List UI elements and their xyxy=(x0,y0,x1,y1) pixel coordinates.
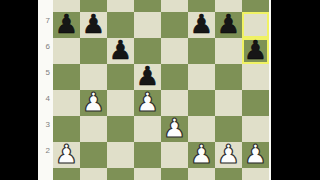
square-e6[interactable] xyxy=(161,38,188,64)
square-g4[interactable] xyxy=(215,90,242,116)
square-c6[interactable]: ♟ xyxy=(107,38,134,64)
square-g6[interactable] xyxy=(215,38,242,64)
square-f7[interactable]: ♟ xyxy=(188,12,215,38)
black-pawn: ♟ xyxy=(82,11,105,37)
rank-label-2: 2 xyxy=(38,146,50,155)
square-e8[interactable] xyxy=(161,0,188,12)
square-b3[interactable] xyxy=(80,116,107,142)
square-d3[interactable] xyxy=(134,116,161,142)
square-c2[interactable] xyxy=(107,142,134,168)
rank-label-5: 5 xyxy=(38,68,50,77)
white-pawn: ♟ xyxy=(136,89,159,115)
square-b6[interactable] xyxy=(80,38,107,64)
square-e1[interactable] xyxy=(161,168,188,180)
square-g1[interactable] xyxy=(215,168,242,180)
square-c3[interactable] xyxy=(107,116,134,142)
video-frame: ♟♟♟♟♟♟♟♟♟♟♟♟♟♟ 765432 xyxy=(0,0,320,180)
black-pawn: ♟ xyxy=(217,11,240,37)
square-h2[interactable]: ♟ xyxy=(242,142,269,168)
square-g2[interactable]: ♟ xyxy=(215,142,242,168)
square-c8[interactable] xyxy=(107,0,134,12)
square-f5[interactable] xyxy=(188,64,215,90)
square-a1[interactable] xyxy=(53,168,80,180)
board-area: ♟♟♟♟♟♟♟♟♟♟♟♟♟♟ xyxy=(38,0,271,180)
square-h4[interactable] xyxy=(242,90,269,116)
rank-label-7: 7 xyxy=(38,16,50,25)
black-pawn: ♟ xyxy=(55,11,78,37)
rank-label-4: 4 xyxy=(38,94,50,103)
square-a5[interactable] xyxy=(53,64,80,90)
square-f2[interactable]: ♟ xyxy=(188,142,215,168)
square-g7[interactable]: ♟ xyxy=(215,12,242,38)
square-c5[interactable] xyxy=(107,64,134,90)
white-pawn: ♟ xyxy=(190,141,213,167)
square-f1[interactable] xyxy=(188,168,215,180)
rank-label-6: 6 xyxy=(38,42,50,51)
square-d2[interactable] xyxy=(134,142,161,168)
white-pawn: ♟ xyxy=(82,89,105,115)
rank-label-3: 3 xyxy=(38,120,50,129)
square-f4[interactable] xyxy=(188,90,215,116)
square-a2[interactable]: ♟ xyxy=(53,142,80,168)
square-c4[interactable] xyxy=(107,90,134,116)
square-e5[interactable] xyxy=(161,64,188,90)
square-d8[interactable] xyxy=(134,0,161,12)
square-g5[interactable] xyxy=(215,64,242,90)
square-d4[interactable]: ♟ xyxy=(134,90,161,116)
square-b1[interactable] xyxy=(80,168,107,180)
white-pawn: ♟ xyxy=(244,141,267,167)
square-b4[interactable]: ♟ xyxy=(80,90,107,116)
square-h1[interactable] xyxy=(242,168,269,180)
square-h5[interactable] xyxy=(242,64,269,90)
square-d1[interactable] xyxy=(134,168,161,180)
white-pawn: ♟ xyxy=(217,141,240,167)
square-e7[interactable] xyxy=(161,12,188,38)
black-pawn: ♟ xyxy=(190,11,213,37)
black-pawn: ♟ xyxy=(136,63,159,89)
square-e3[interactable]: ♟ xyxy=(161,116,188,142)
square-e2[interactable] xyxy=(161,142,188,168)
white-pawn: ♟ xyxy=(163,115,186,141)
square-b7[interactable]: ♟ xyxy=(80,12,107,38)
square-f6[interactable] xyxy=(188,38,215,64)
square-a6[interactable] xyxy=(53,38,80,64)
square-d7[interactable] xyxy=(134,12,161,38)
square-h8[interactable] xyxy=(242,0,269,12)
black-pawn: ♟ xyxy=(109,37,132,63)
white-pawn: ♟ xyxy=(55,141,78,167)
square-h6[interactable]: ♟ xyxy=(242,38,269,64)
black-pawn: ♟ xyxy=(244,37,267,63)
square-c1[interactable] xyxy=(107,168,134,180)
square-a4[interactable] xyxy=(53,90,80,116)
square-a7[interactable]: ♟ xyxy=(53,12,80,38)
square-b2[interactable] xyxy=(80,142,107,168)
chess-board: ♟♟♟♟♟♟♟♟♟♟♟♟♟♟ xyxy=(53,0,269,180)
